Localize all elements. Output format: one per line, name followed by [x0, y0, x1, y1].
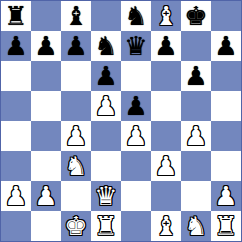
square-e5[interactable]: ♟	[121, 91, 151, 121]
square-c6[interactable]	[61, 61, 91, 91]
square-a7[interactable]: ♟	[1, 31, 31, 61]
square-d2[interactable]: ♛	[91, 181, 121, 211]
square-g2[interactable]	[181, 181, 211, 211]
piece-white-bishop: ♝	[154, 1, 177, 31]
piece-white-pawn: ♟	[184, 121, 207, 151]
square-b1[interactable]	[31, 211, 61, 241]
square-e4[interactable]: ♟	[121, 121, 151, 151]
square-g3[interactable]	[181, 151, 211, 181]
piece-white-pawn: ♟	[214, 181, 237, 211]
square-e7[interactable]: ♛	[121, 31, 151, 61]
square-b8[interactable]	[31, 1, 61, 31]
piece-black-pawn: ♟	[94, 61, 117, 91]
square-c8[interactable]: ♝	[61, 1, 91, 31]
piece-white-knight: ♞	[64, 151, 87, 181]
square-c4[interactable]: ♟	[61, 121, 91, 151]
square-h6[interactable]	[211, 61, 241, 91]
square-g1[interactable]: ♞	[181, 211, 211, 241]
square-b6[interactable]	[31, 61, 61, 91]
piece-white-pawn: ♟	[124, 121, 147, 151]
piece-white-pawn: ♟	[94, 91, 117, 121]
piece-black-pawn: ♟	[64, 31, 87, 61]
square-e3[interactable]	[121, 151, 151, 181]
square-g7[interactable]	[181, 31, 211, 61]
square-h3[interactable]	[211, 151, 241, 181]
piece-black-pawn: ♟	[154, 31, 177, 61]
square-b3[interactable]	[31, 151, 61, 181]
square-f5[interactable]	[151, 91, 181, 121]
piece-white-rook: ♜	[214, 211, 237, 241]
piece-black-pawn: ♟	[4, 31, 27, 61]
piece-white-pawn: ♟	[154, 151, 177, 181]
square-f3[interactable]: ♟	[151, 151, 181, 181]
square-c3[interactable]: ♞	[61, 151, 91, 181]
square-f4[interactable]	[151, 121, 181, 151]
square-a8[interactable]: ♜	[1, 1, 31, 31]
square-a4[interactable]	[1, 121, 31, 151]
piece-black-pawn: ♟	[34, 31, 57, 61]
square-c7[interactable]: ♟	[61, 31, 91, 61]
piece-black-knight: ♞	[94, 31, 117, 61]
piece-white-pawn: ♟	[4, 181, 27, 211]
square-d3[interactable]	[91, 151, 121, 181]
piece-black-pawn: ♟	[214, 31, 237, 61]
piece-black-pawn: ♟	[184, 61, 207, 91]
piece-black-queen: ♛	[124, 31, 147, 61]
square-d7[interactable]: ♞	[91, 31, 121, 61]
square-d4[interactable]	[91, 121, 121, 151]
square-e2[interactable]	[121, 181, 151, 211]
square-h7[interactable]: ♟	[211, 31, 241, 61]
square-c1[interactable]: ♚	[61, 211, 91, 241]
chess-board: ♜♝♞♝♚♟♟♟♞♛♟♟♟♟♟♟♟♟♟♞♟♟♟♛♟♚♜♝♞♜	[0, 0, 242, 242]
square-h5[interactable]	[211, 91, 241, 121]
square-e6[interactable]	[121, 61, 151, 91]
piece-white-pawn: ♟	[34, 181, 57, 211]
square-e8[interactable]: ♞	[121, 1, 151, 31]
square-c5[interactable]	[61, 91, 91, 121]
square-d5[interactable]: ♟	[91, 91, 121, 121]
square-g4[interactable]: ♟	[181, 121, 211, 151]
square-h2[interactable]: ♟	[211, 181, 241, 211]
piece-black-knight: ♞	[124, 1, 147, 31]
piece-black-pawn: ♟	[124, 91, 147, 121]
square-f1[interactable]: ♝	[151, 211, 181, 241]
piece-white-rook: ♜	[94, 211, 117, 241]
square-a2[interactable]: ♟	[1, 181, 31, 211]
square-f7[interactable]: ♟	[151, 31, 181, 61]
square-g8[interactable]: ♚	[181, 1, 211, 31]
square-g6[interactable]: ♟	[181, 61, 211, 91]
square-f2[interactable]	[151, 181, 181, 211]
square-a5[interactable]	[1, 91, 31, 121]
square-b5[interactable]	[31, 91, 61, 121]
square-f6[interactable]	[151, 61, 181, 91]
piece-white-pawn: ♟	[64, 121, 87, 151]
piece-black-king: ♚	[184, 1, 207, 31]
square-d8[interactable]	[91, 1, 121, 31]
square-b2[interactable]: ♟	[31, 181, 61, 211]
chess-board-grid: ♜♝♞♝♚♟♟♟♞♛♟♟♟♟♟♟♟♟♟♞♟♟♟♛♟♚♜♝♞♜	[1, 1, 241, 241]
square-b7[interactable]: ♟	[31, 31, 61, 61]
square-h8[interactable]	[211, 1, 241, 31]
square-d6[interactable]: ♟	[91, 61, 121, 91]
piece-black-rook: ♜	[4, 1, 27, 31]
square-d1[interactable]: ♜	[91, 211, 121, 241]
piece-white-king: ♚	[64, 211, 87, 241]
square-a3[interactable]	[1, 151, 31, 181]
square-h4[interactable]	[211, 121, 241, 151]
piece-white-knight: ♞	[184, 211, 207, 241]
piece-white-queen: ♛	[94, 181, 117, 211]
square-g5[interactable]	[181, 91, 211, 121]
square-a6[interactable]	[1, 61, 31, 91]
square-e1[interactable]	[121, 211, 151, 241]
piece-black-bishop: ♝	[64, 1, 87, 31]
square-h1[interactable]: ♜	[211, 211, 241, 241]
square-f8[interactable]: ♝	[151, 1, 181, 31]
square-a1[interactable]	[1, 211, 31, 241]
piece-white-bishop: ♝	[154, 211, 177, 241]
square-c2[interactable]	[61, 181, 91, 211]
square-b4[interactable]	[31, 121, 61, 151]
